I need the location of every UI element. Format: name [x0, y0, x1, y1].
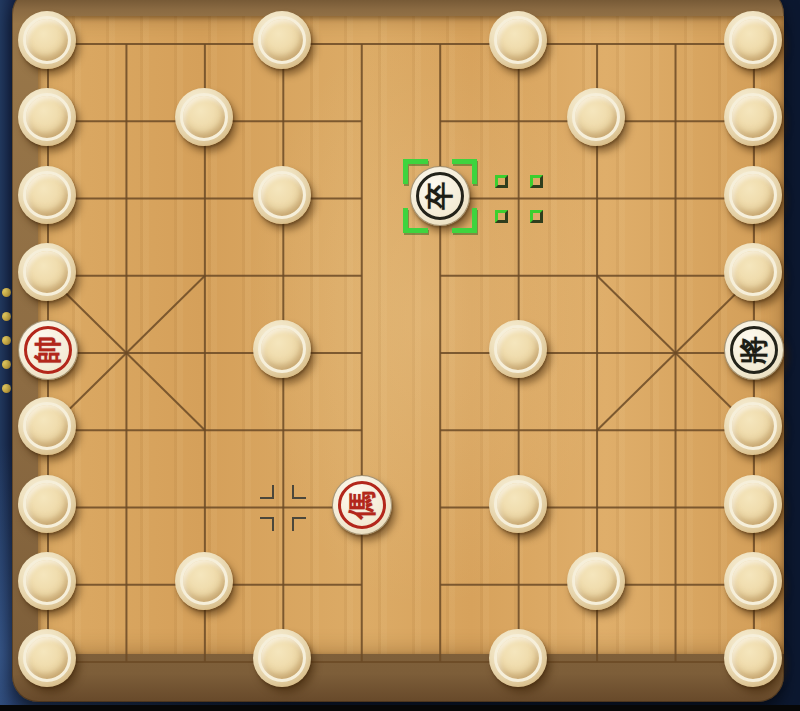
piece-red-general[interactable]: 帥 [18, 320, 78, 380]
piece-face-down[interactable] [724, 166, 782, 224]
piece-face-down[interactable] [18, 11, 76, 69]
piece-face-down[interactable] [18, 552, 76, 610]
piece-black-soldier[interactable]: 卒 [410, 166, 470, 226]
gold-bead-decoration [2, 336, 11, 345]
piece-face-down[interactable] [567, 552, 625, 610]
piece-face-down[interactable] [18, 629, 76, 687]
piece-face-down[interactable] [489, 320, 547, 378]
piece-face-down[interactable] [724, 552, 782, 610]
piece-face-down[interactable] [567, 88, 625, 146]
piece-face-down[interactable] [724, 88, 782, 146]
piece-face-down[interactable] [253, 629, 311, 687]
piece-face-down[interactable] [18, 88, 76, 146]
gold-bead-decoration [2, 384, 11, 393]
piece-face-down[interactable] [253, 166, 311, 224]
xiangqi-board[interactable] [12, 0, 784, 702]
gold-bead-decoration [2, 312, 11, 321]
gold-bead-decoration [2, 288, 11, 297]
black-soldier-glyph: 卒 [411, 167, 469, 225]
red-general-glyph: 帥 [19, 321, 77, 379]
piece-face-down[interactable] [724, 397, 782, 455]
board-face-wood [38, 16, 784, 654]
piece-face-down[interactable] [18, 243, 76, 301]
piece-face-down[interactable] [724, 629, 782, 687]
piece-face-down[interactable] [724, 11, 782, 69]
red-horse-glyph: 傌 [333, 476, 391, 534]
bottom-edge-strip [0, 705, 800, 711]
piece-red-horse[interactable]: 傌 [332, 475, 392, 535]
piece-face-down[interactable] [18, 475, 76, 533]
black-general-glyph: 將 [725, 321, 783, 379]
piece-face-down[interactable] [489, 475, 547, 533]
app-background: 帥將傌卒 [0, 0, 800, 711]
piece-black-general[interactable]: 將 [724, 320, 784, 380]
piece-face-down[interactable] [18, 166, 76, 224]
gold-bead-decoration [2, 360, 11, 369]
piece-face-down[interactable] [489, 11, 547, 69]
piece-face-down[interactable] [724, 243, 782, 301]
piece-face-down[interactable] [253, 11, 311, 69]
green-move-origin-marker[interactable] [493, 173, 545, 225]
piece-face-down[interactable] [18, 397, 76, 455]
piece-face-down[interactable] [489, 629, 547, 687]
piece-face-down[interactable] [175, 88, 233, 146]
piece-face-down[interactable] [724, 475, 782, 533]
piece-face-down[interactable] [175, 552, 233, 610]
piece-face-down[interactable] [253, 320, 311, 378]
